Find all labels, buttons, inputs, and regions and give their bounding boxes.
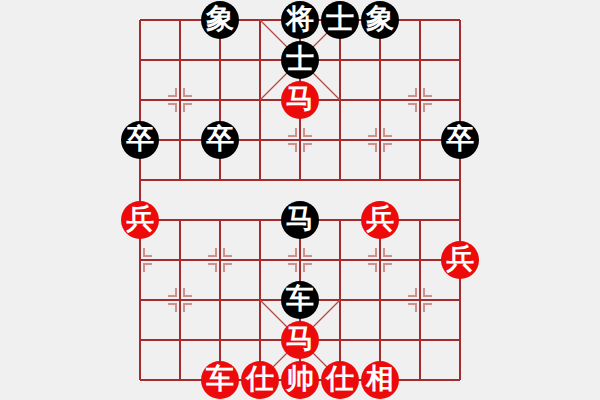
piece-black-horse[interactable]: 马 xyxy=(281,201,319,239)
piece-black-elephant[interactable]: 象 xyxy=(201,1,239,39)
piece-black-advisor[interactable]: 士 xyxy=(281,41,319,79)
piece-black-elephant[interactable]: 象 xyxy=(361,1,399,39)
piece-black-soldier[interactable]: 卒 xyxy=(201,121,239,159)
piece-layer: 象将士象士马卒卒卒兵马兵兵车马车仕帅仕相 xyxy=(120,0,480,400)
piece-red-soldier[interactable]: 兵 xyxy=(441,241,479,279)
piece-red-chariot[interactable]: 车 xyxy=(201,361,239,399)
piece-red-general[interactable]: 帅 xyxy=(281,361,319,399)
piece-black-general[interactable]: 将 xyxy=(281,1,319,39)
piece-red-soldier[interactable]: 兵 xyxy=(361,201,399,239)
piece-black-soldier[interactable]: 卒 xyxy=(441,121,479,159)
piece-red-advisor[interactable]: 仕 xyxy=(321,361,359,399)
piece-red-advisor[interactable]: 仕 xyxy=(241,361,279,399)
xiangqi-board: 象将士象士马卒卒卒兵马兵兵车马车仕帅仕相 xyxy=(0,0,600,400)
piece-red-horse[interactable]: 马 xyxy=(281,81,319,119)
piece-black-advisor[interactable]: 士 xyxy=(321,1,359,39)
piece-red-soldier[interactable]: 兵 xyxy=(121,201,159,239)
xiangqi-app: 象将士象士马卒卒卒兵马兵兵车马车仕帅仕相 xyxy=(0,0,600,400)
piece-black-soldier[interactable]: 卒 xyxy=(121,121,159,159)
piece-red-horse[interactable]: 马 xyxy=(281,321,319,359)
piece-red-elephant[interactable]: 相 xyxy=(361,361,399,399)
piece-black-chariot[interactable]: 车 xyxy=(281,281,319,319)
